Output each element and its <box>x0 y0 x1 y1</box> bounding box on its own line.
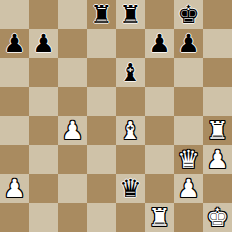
square-a3[interactable] <box>0 145 29 174</box>
piece-black-queen[interactable]: ♛ <box>119 174 141 203</box>
square-d1[interactable] <box>87 203 116 232</box>
square-b6[interactable] <box>29 58 58 87</box>
square-d3[interactable] <box>87 145 116 174</box>
piece-white-bishop[interactable]: ♝ <box>119 116 141 145</box>
square-f3[interactable] <box>145 145 174 174</box>
chess-board: ♜♜♚♟♟♟♟♝♟♝♜♛♟♟♛♟♜♚ <box>0 0 232 232</box>
square-f5[interactable] <box>145 87 174 116</box>
piece-black-pawn[interactable]: ♟ <box>177 29 199 58</box>
square-f2[interactable] <box>145 174 174 203</box>
square-h8[interactable] <box>203 0 232 29</box>
piece-white-pawn[interactable]: ♟ <box>3 174 25 203</box>
square-c2[interactable] <box>58 174 87 203</box>
square-g4[interactable] <box>174 116 203 145</box>
square-e4[interactable]: ♝ <box>116 116 145 145</box>
square-f4[interactable] <box>145 116 174 145</box>
square-b7[interactable]: ♟ <box>29 29 58 58</box>
square-h5[interactable] <box>203 87 232 116</box>
square-h6[interactable] <box>203 58 232 87</box>
square-a4[interactable] <box>0 116 29 145</box>
square-f7[interactable]: ♟ <box>145 29 174 58</box>
square-d2[interactable] <box>87 174 116 203</box>
square-e1[interactable] <box>116 203 145 232</box>
square-d4[interactable] <box>87 116 116 145</box>
square-c4[interactable]: ♟ <box>58 116 87 145</box>
piece-black-rook[interactable]: ♜ <box>119 0 141 29</box>
square-c3[interactable] <box>58 145 87 174</box>
square-e5[interactable] <box>116 87 145 116</box>
square-b5[interactable] <box>29 87 58 116</box>
square-h4[interactable]: ♜ <box>203 116 232 145</box>
square-g2[interactable]: ♟ <box>174 174 203 203</box>
piece-white-pawn[interactable]: ♟ <box>61 116 83 145</box>
square-b3[interactable] <box>29 145 58 174</box>
square-c6[interactable] <box>58 58 87 87</box>
square-h7[interactable] <box>203 29 232 58</box>
square-d7[interactable] <box>87 29 116 58</box>
square-d6[interactable] <box>87 58 116 87</box>
square-h3[interactable]: ♟ <box>203 145 232 174</box>
square-h2[interactable] <box>203 174 232 203</box>
piece-black-rook[interactable]: ♜ <box>90 0 112 29</box>
square-g3[interactable]: ♛ <box>174 145 203 174</box>
square-c1[interactable] <box>58 203 87 232</box>
square-e3[interactable] <box>116 145 145 174</box>
piece-white-pawn[interactable]: ♟ <box>177 174 199 203</box>
piece-white-pawn[interactable]: ♟ <box>206 145 228 174</box>
square-g5[interactable] <box>174 87 203 116</box>
square-a7[interactable]: ♟ <box>0 29 29 58</box>
piece-white-rook[interactable]: ♜ <box>206 116 228 145</box>
square-f1[interactable]: ♜ <box>145 203 174 232</box>
square-a1[interactable] <box>0 203 29 232</box>
square-b2[interactable] <box>29 174 58 203</box>
square-e8[interactable]: ♜ <box>116 0 145 29</box>
piece-white-queen[interactable]: ♛ <box>177 145 199 174</box>
square-e2[interactable]: ♛ <box>116 174 145 203</box>
piece-black-pawn[interactable]: ♟ <box>148 29 170 58</box>
square-c5[interactable] <box>58 87 87 116</box>
square-f8[interactable] <box>145 0 174 29</box>
square-d5[interactable] <box>87 87 116 116</box>
piece-white-rook[interactable]: ♜ <box>148 203 170 232</box>
square-b1[interactable] <box>29 203 58 232</box>
piece-black-king[interactable]: ♚ <box>177 0 199 29</box>
square-c8[interactable] <box>58 0 87 29</box>
piece-black-pawn[interactable]: ♟ <box>32 29 54 58</box>
square-g8[interactable]: ♚ <box>174 0 203 29</box>
square-a6[interactable] <box>0 58 29 87</box>
square-d8[interactable]: ♜ <box>87 0 116 29</box>
square-b8[interactable] <box>29 0 58 29</box>
square-f6[interactable] <box>145 58 174 87</box>
piece-black-pawn[interactable]: ♟ <box>3 29 25 58</box>
square-a5[interactable] <box>0 87 29 116</box>
square-b4[interactable] <box>29 116 58 145</box>
square-e7[interactable] <box>116 29 145 58</box>
square-g7[interactable]: ♟ <box>174 29 203 58</box>
square-e6[interactable]: ♝ <box>116 58 145 87</box>
square-g6[interactable] <box>174 58 203 87</box>
piece-white-king[interactable]: ♚ <box>206 203 228 232</box>
square-h1[interactable]: ♚ <box>203 203 232 232</box>
square-g1[interactable] <box>174 203 203 232</box>
square-c7[interactable] <box>58 29 87 58</box>
piece-black-bishop[interactable]: ♝ <box>119 58 141 87</box>
square-a2[interactable]: ♟ <box>0 174 29 203</box>
square-a8[interactable] <box>0 0 29 29</box>
